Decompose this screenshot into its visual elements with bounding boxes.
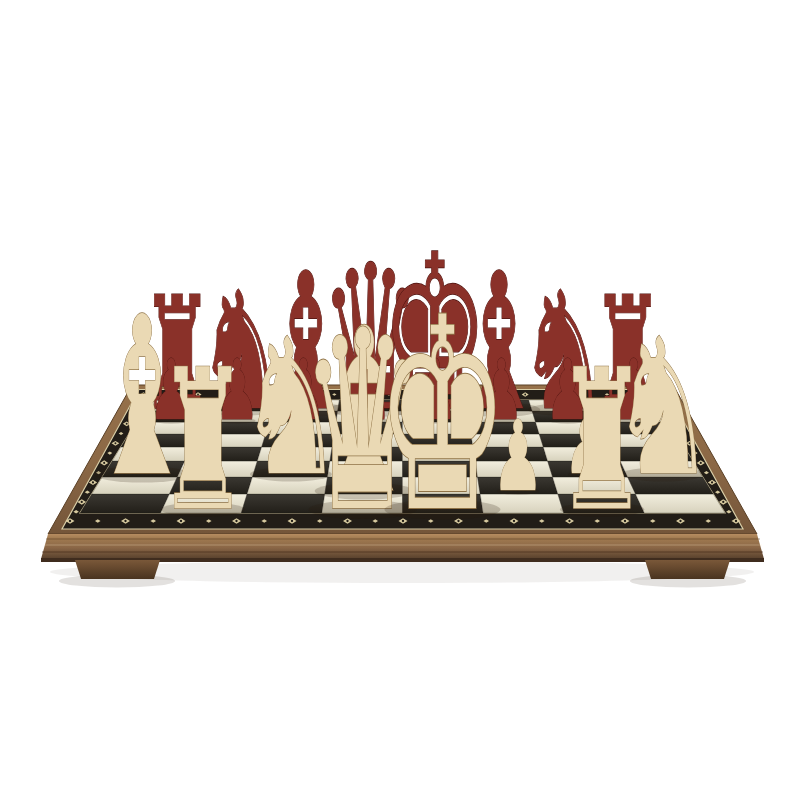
board-foot-left (75, 560, 160, 579)
piece-cream-k-e1[interactable]: ♚ (376, 261, 510, 571)
chess-set-photo: ♜♞♝♛♚♝♞♜♟♟♟♟♟♟♟♟♝♞♟♞♝♟♜♛♚♜ (0, 0, 800, 800)
chess-board: ♜♞♝♛♚♝♞♜♟♟♟♟♟♟♟♟♝♞♟♞♝♟♜♛♚♜ (0, 0, 800, 800)
piece-cream-r-b1[interactable]: ♜ (158, 327, 248, 553)
board-foot-right (645, 560, 730, 579)
piece-cream-r-g1[interactable]: ♜ (557, 327, 647, 553)
